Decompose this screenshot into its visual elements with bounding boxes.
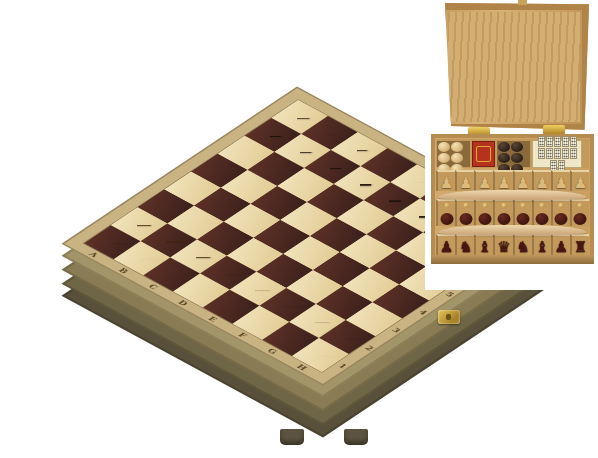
- stored-white-pawn: ♟: [455, 170, 474, 191]
- dominoes-tray: [532, 140, 582, 168]
- stored-black-piece: ♜: [570, 234, 589, 255]
- stored-white-piece-and-dark-checker: [551, 199, 570, 225]
- stored-white-piece-and-dark-checker: [532, 199, 551, 225]
- domino-tile: [554, 136, 561, 147]
- piece-black-pawn: ♟: [255, 106, 287, 142]
- carry-ribbon: [438, 225, 587, 235]
- stored-white-piece-and-dark-checker: [513, 199, 532, 225]
- stored-black-piece: ♞: [455, 234, 474, 255]
- light-checker: [451, 142, 463, 152]
- carry-ribbon: [438, 190, 587, 200]
- domino-tile: [570, 148, 577, 159]
- dark-checker: [511, 142, 523, 152]
- stored-black-piece: ♟: [551, 234, 570, 255]
- domino-tile: [562, 148, 569, 159]
- lid-tab: [518, 0, 527, 5]
- product-photo: ♜♞♝♛♚♝♞♜♟♟♟♟♟♟♟♟♟♟♟♟♟♟♟♟♜♞♝♛♚♝♞♜ ABCDEFG…: [0, 0, 598, 458]
- white-pieces-over-dark-checkers-row: [436, 199, 589, 225]
- domino-tile: [538, 148, 545, 159]
- stored-white-pawn: ♟: [551, 170, 570, 191]
- stored-white-piece-and-dark-checker: [474, 199, 493, 225]
- light-checker: [438, 153, 450, 163]
- square-h1: ♜: [292, 338, 348, 372]
- stored-white-pawn: ♟: [474, 170, 493, 191]
- piece-white-rook: ♜: [294, 309, 342, 362]
- stored-black-piece: ♞: [513, 234, 532, 255]
- box-foot-right: [344, 429, 368, 445]
- domino-tile: [538, 136, 545, 147]
- storage-box-inset-photo: ♟♟♟♟♟♟♟♟ ♟♞♝♛♞♝♟♜: [425, 0, 598, 290]
- stored-black-piece: ♝: [532, 234, 551, 255]
- stored-white-pawn: ♟: [513, 170, 532, 191]
- dark-checker: [498, 153, 510, 163]
- stored-white-piece-and-dark-checker: [493, 199, 512, 225]
- piece-black-pawn: ♟: [344, 155, 376, 191]
- light-checkers-stack: [437, 141, 470, 167]
- box-base: ♟♟♟♟♟♟♟♟ ♟♞♝♛♞♝♟♜: [431, 134, 594, 264]
- stored-white-pawn: ♟: [493, 170, 512, 191]
- domino-tile: [570, 136, 577, 147]
- white-pawns-row: ♟♟♟♟♟♟♟♟: [436, 170, 589, 191]
- playing-cards-box: [472, 141, 495, 167]
- stored-white-pawn: ♟: [436, 170, 455, 191]
- stored-black-piece: ♛: [493, 234, 512, 255]
- dark-checker: [511, 153, 523, 163]
- domino-tile: [562, 136, 569, 147]
- domino-tile: [554, 148, 561, 159]
- dark-checker: [498, 142, 510, 152]
- stored-white-piece-and-dark-checker: [436, 199, 455, 225]
- accessories-row: [436, 139, 589, 168]
- box-foot-left: [280, 429, 304, 445]
- light-checker: [438, 142, 450, 152]
- dark-checkers-stack: [497, 141, 530, 167]
- piece-black-pawn: ♟: [374, 171, 406, 207]
- box-compartments: ♟♟♟♟♟♟♟♟ ♟♞♝♛♞♝♟♜: [436, 139, 589, 255]
- light-checker: [451, 153, 463, 163]
- stored-black-piece: ♟: [436, 234, 455, 255]
- stored-white-pawn: ♟: [570, 170, 589, 191]
- stored-white-pawn: ♟: [532, 170, 551, 191]
- box-lid: [439, 3, 589, 131]
- piece-black-pawn: ♟: [314, 139, 346, 175]
- piece-black-pawn: ♟: [284, 122, 316, 158]
- stored-black-piece: ♝: [474, 234, 493, 255]
- stored-white-piece-and-dark-checker: [455, 199, 474, 225]
- domino-tile: [546, 148, 553, 159]
- stored-white-piece-and-dark-checker: [570, 199, 589, 225]
- black-figures-row: ♟♞♝♛♞♝♟♜: [436, 234, 589, 255]
- box-front-edge: [431, 255, 594, 264]
- domino-tile: [546, 136, 553, 147]
